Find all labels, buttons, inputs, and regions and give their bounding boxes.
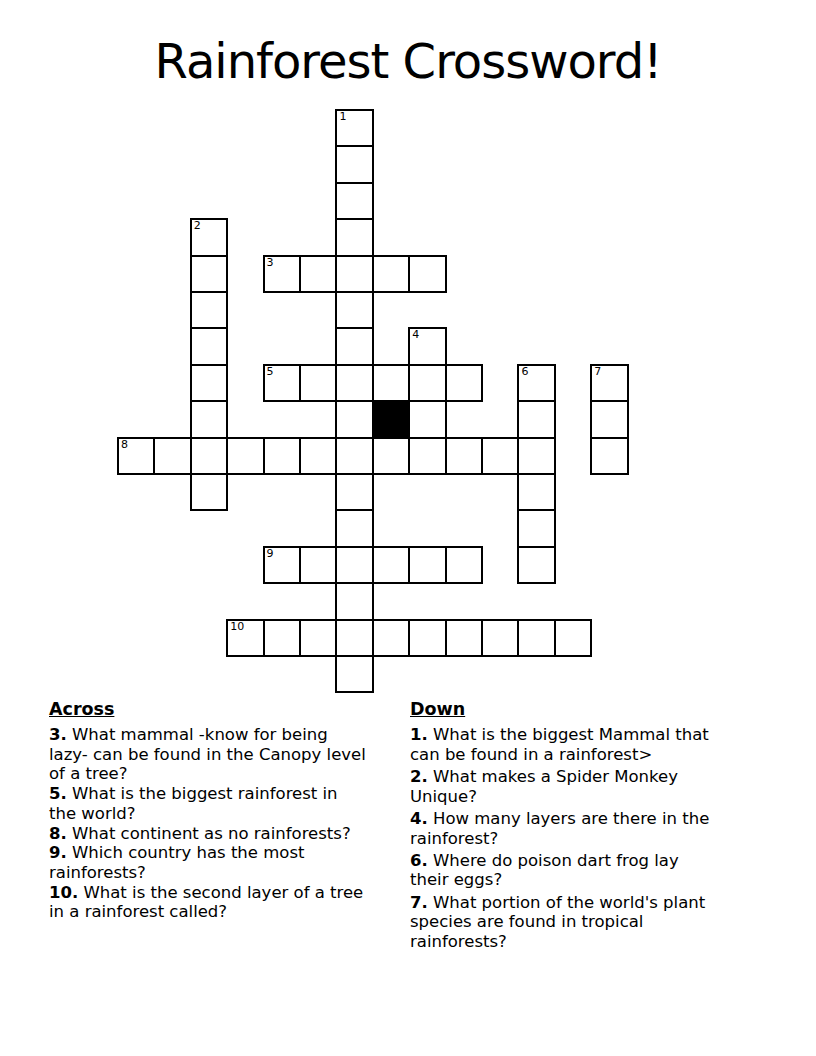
grid-cell[interactable]: 3 <box>263 255 301 293</box>
grid-cell[interactable]: 10 <box>226 619 264 657</box>
grid-cell[interactable]: 5 <box>263 364 301 402</box>
clue-number: 10. <box>49 883 78 902</box>
clue-text: What continent as no rainforests? <box>72 824 351 843</box>
cell-number: 3 <box>267 257 274 269</box>
clue-number: 5. <box>49 784 67 803</box>
grid-cell[interactable] <box>335 364 373 402</box>
down-header: Down <box>410 699 716 720</box>
clue-number: 2. <box>410 767 428 786</box>
grid-cell[interactable] <box>335 546 373 584</box>
clue-down-1: 1. What is the biggest Mammal that can b… <box>410 725 716 764</box>
grid-cell[interactable] <box>372 619 410 657</box>
clue-text: Which country has the most rainforests? <box>49 843 304 882</box>
cell-number: 5 <box>267 366 274 378</box>
clue-text: What is the biggest rainforest in the wo… <box>49 784 338 823</box>
clue-text: What is the biggest Mammal that can be f… <box>410 725 709 764</box>
grid-cell[interactable] <box>590 437 628 475</box>
grid-cell[interactable] <box>226 437 264 475</box>
clue-text: Where do poison dart frog lay their eggs… <box>410 851 679 890</box>
grid-cell[interactable] <box>517 473 555 511</box>
clue-across-8: 8. What continent as no rainforests? <box>49 824 367 844</box>
clue-number: 8. <box>49 824 67 843</box>
grid-cell[interactable] <box>190 400 228 438</box>
clue-number: 4. <box>410 809 428 828</box>
down-clue-list: 1. What is the biggest Mammal that can b… <box>410 725 716 952</box>
grid-cell[interactable] <box>554 619 592 657</box>
grid-cell[interactable] <box>408 364 446 402</box>
grid-cell[interactable] <box>408 546 446 584</box>
grid-cell[interactable] <box>335 655 373 693</box>
grid-cell[interactable] <box>153 437 191 475</box>
grid-cell[interactable] <box>335 327 373 365</box>
grid-cell[interactable]: 9 <box>263 546 301 584</box>
clue-number: 7. <box>410 893 428 912</box>
grid-cell[interactable]: 1 <box>335 109 373 147</box>
grid-cell[interactable] <box>408 400 446 438</box>
grid-cell[interactable] <box>445 546 483 584</box>
clue-text: What portion of the world's plant specie… <box>410 893 705 951</box>
grid-cell[interactable] <box>335 218 373 256</box>
grid-cell[interactable] <box>190 364 228 402</box>
grid-cell[interactable]: 4 <box>408 327 446 365</box>
cell-number: 1 <box>339 111 346 123</box>
grid-cell[interactable] <box>263 619 301 657</box>
clue-text: How many layers are there in the rainfor… <box>410 809 709 848</box>
grid-cell[interactable] <box>372 546 410 584</box>
across-header: Across <box>49 699 367 720</box>
grid-cell[interactable] <box>190 473 228 511</box>
grid-cell[interactable] <box>335 400 373 438</box>
cell-number: 10 <box>230 621 244 633</box>
grid-cell[interactable] <box>517 437 555 475</box>
grid-cell[interactable] <box>335 182 373 220</box>
grid-cell[interactable] <box>335 291 373 329</box>
clue-text: What is the second layer of a tree in a … <box>49 883 363 922</box>
clue-down-4: 4. How many layers are there in the rain… <box>410 809 716 848</box>
cell-number: 7 <box>594 366 601 378</box>
block-cell <box>372 400 410 438</box>
grid-cell[interactable] <box>263 437 301 475</box>
grid-cell[interactable] <box>517 400 555 438</box>
grid-cell[interactable] <box>335 145 373 183</box>
grid-cell[interactable]: 6 <box>517 364 555 402</box>
clue-text: What mammal -know for being lazy- can be… <box>49 725 366 783</box>
grid-cell[interactable] <box>335 437 373 475</box>
grid-cell[interactable] <box>481 619 519 657</box>
grid-cell[interactable] <box>590 400 628 438</box>
clue-number: 6. <box>410 851 428 870</box>
down-clues: Down 1. What is the biggest Mammal that … <box>410 699 716 954</box>
across-clues: Across 3. What mammal -know for being la… <box>49 699 367 922</box>
grid-cell[interactable] <box>445 619 483 657</box>
clue-across-9: 9. Which country has the most rainforest… <box>49 843 367 882</box>
grid-cell[interactable] <box>372 437 410 475</box>
grid-cell[interactable]: 8 <box>117 437 155 475</box>
grid-cell[interactable] <box>299 546 337 584</box>
grid-cell[interactable] <box>335 473 373 511</box>
grid-cell[interactable] <box>299 619 337 657</box>
grid-cell[interactable] <box>517 619 555 657</box>
grid-cell[interactable] <box>372 364 410 402</box>
grid-cell[interactable] <box>190 291 228 329</box>
cell-number: 8 <box>121 439 128 451</box>
grid-cell[interactable] <box>299 364 337 402</box>
clue-across-5: 5. What is the biggest rainforest in the… <box>49 784 367 823</box>
grid-cell[interactable] <box>299 437 337 475</box>
clue-across-10: 10. What is the second layer of a tree i… <box>49 883 367 922</box>
across-clue-list: 3. What mammal -know for being lazy- can… <box>49 725 367 922</box>
page-title: Rainforest Crossword! <box>0 34 816 88</box>
grid-cell[interactable] <box>481 437 519 475</box>
grid-cell[interactable] <box>517 546 555 584</box>
grid-cell[interactable] <box>445 437 483 475</box>
cell-number: 9 <box>267 548 274 560</box>
clue-down-6: 6. Where do poison dart frog lay their e… <box>410 851 716 890</box>
worksheet-page: Rainforest Crossword! 12345678910 Across… <box>0 0 816 1056</box>
grid-cell[interactable] <box>190 327 228 365</box>
grid-cell[interactable] <box>190 437 228 475</box>
clue-text: What makes a Spider Monkey Unique? <box>410 767 678 806</box>
crossword-grid: 12345678910 <box>117 109 629 694</box>
clue-across-3: 3. What mammal -know for being lazy- can… <box>49 725 367 784</box>
clue-number: 1. <box>410 725 428 744</box>
grid-cell[interactable] <box>335 255 373 293</box>
grid-cell[interactable] <box>335 619 373 657</box>
grid-cell[interactable] <box>408 619 446 657</box>
clue-number: 9. <box>49 843 67 862</box>
grid-cell[interactable] <box>372 255 410 293</box>
cell-number: 4 <box>412 329 419 341</box>
grid-cell[interactable] <box>335 509 373 547</box>
grid-cell[interactable] <box>190 255 228 293</box>
grid-cell[interactable]: 7 <box>590 364 628 402</box>
clue-number: 3. <box>49 725 67 744</box>
cell-number: 6 <box>521 366 528 378</box>
grid-cell[interactable] <box>517 509 555 547</box>
grid-cell[interactable] <box>408 255 446 293</box>
clue-down-2: 2. What makes a Spider Monkey Unique? <box>410 767 716 806</box>
cell-number: 2 <box>194 220 201 232</box>
grid-cell[interactable] <box>299 255 337 293</box>
clue-down-7: 7. What portion of the world's plant spe… <box>410 893 716 952</box>
grid-cell[interactable] <box>408 437 446 475</box>
grid-cell[interactable]: 2 <box>190 218 228 256</box>
grid-cell[interactable] <box>335 582 373 620</box>
grid-cell[interactable] <box>445 364 483 402</box>
